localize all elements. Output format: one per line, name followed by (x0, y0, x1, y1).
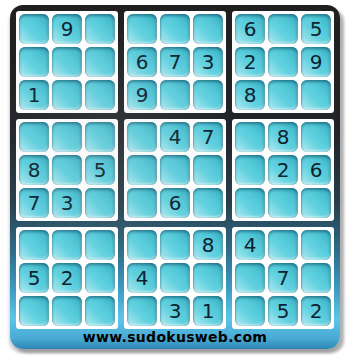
box-1-1: 91 (16, 11, 118, 113)
cell-r5c3-given[interactable]: 5 (85, 155, 115, 185)
cell-r5c7-empty[interactable] (235, 155, 265, 185)
cell-r9c8-given[interactable]: 5 (268, 296, 298, 326)
box-1-2: 6739 (124, 11, 226, 113)
sudoku-grid: 9167396529885734768265284314752 (16, 11, 334, 329)
box-2-3: 826 (232, 119, 334, 221)
box-3-2: 8431 (124, 227, 226, 329)
cell-r4c9-empty[interactable] (301, 122, 331, 152)
cell-r2c5-given[interactable]: 7 (160, 47, 190, 77)
cell-r8c7-empty[interactable] (235, 263, 265, 293)
cell-r6c7-empty[interactable] (235, 188, 265, 218)
cell-r4c3-empty[interactable] (85, 122, 115, 152)
cell-r2c1-empty[interactable] (19, 47, 49, 77)
cell-r2c4-given[interactable]: 6 (127, 47, 157, 77)
cell-r3c2-empty[interactable] (52, 80, 82, 110)
cell-r9c1-empty[interactable] (19, 296, 49, 326)
cell-r1c7-given[interactable]: 6 (235, 14, 265, 44)
cell-r9c5-given[interactable]: 3 (160, 296, 190, 326)
cell-r5c4-empty[interactable] (127, 155, 157, 185)
cell-r9c3-empty[interactable] (85, 296, 115, 326)
cell-r7c6-given[interactable]: 8 (193, 230, 223, 260)
cell-r4c2-empty[interactable] (52, 122, 82, 152)
cell-r6c8-empty[interactable] (268, 188, 298, 218)
cell-r4c5-given[interactable]: 4 (160, 122, 190, 152)
cell-r6c1-given[interactable]: 7 (19, 188, 49, 218)
cell-r3c4-given[interactable]: 9 (127, 80, 157, 110)
cell-r6c2-given[interactable]: 3 (52, 188, 82, 218)
box-3-3: 4752 (232, 227, 334, 329)
cell-r9c4-empty[interactable] (127, 296, 157, 326)
cell-r5c9-given[interactable]: 6 (301, 155, 331, 185)
cell-r4c6-given[interactable]: 7 (193, 122, 223, 152)
cell-r1c6-empty[interactable] (193, 14, 223, 44)
cell-r4c4-empty[interactable] (127, 122, 157, 152)
cell-r1c1-empty[interactable] (19, 14, 49, 44)
cell-r9c7-empty[interactable] (235, 296, 265, 326)
cell-r3c1-given[interactable]: 1 (19, 80, 49, 110)
cell-r8c9-empty[interactable] (301, 263, 331, 293)
cell-r5c1-given[interactable]: 8 (19, 155, 49, 185)
cell-r2c9-given[interactable]: 9 (301, 47, 331, 77)
cell-r9c6-given[interactable]: 1 (193, 296, 223, 326)
cell-r5c6-empty[interactable] (193, 155, 223, 185)
cell-r3c7-given[interactable]: 8 (235, 80, 265, 110)
cell-r6c9-empty[interactable] (301, 188, 331, 218)
box-1-3: 65298 (232, 11, 334, 113)
cell-r2c3-empty[interactable] (85, 47, 115, 77)
cell-r1c9-given[interactable]: 5 (301, 14, 331, 44)
box-2-2: 476 (124, 119, 226, 221)
cell-r6c5-given[interactable]: 6 (160, 188, 190, 218)
cell-r7c8-empty[interactable] (268, 230, 298, 260)
cell-r3c5-empty[interactable] (160, 80, 190, 110)
cell-r7c1-empty[interactable] (19, 230, 49, 260)
cell-r3c8-empty[interactable] (268, 80, 298, 110)
cell-r9c2-empty[interactable] (52, 296, 82, 326)
cell-r1c3-empty[interactable] (85, 14, 115, 44)
cell-r8c8-given[interactable]: 7 (268, 263, 298, 293)
footer-url: www.sudokusweb.com (10, 327, 340, 348)
sudoku-board: 9167396529885734768265284314752 www.sudo… (10, 5, 340, 349)
cell-r2c8-empty[interactable] (268, 47, 298, 77)
cell-r8c3-empty[interactable] (85, 263, 115, 293)
box-3-1: 52 (16, 227, 118, 329)
cell-r3c6-empty[interactable] (193, 80, 223, 110)
cell-r2c7-given[interactable]: 2 (235, 47, 265, 77)
cell-r8c2-given[interactable]: 2 (52, 263, 82, 293)
cell-r6c4-empty[interactable] (127, 188, 157, 218)
cell-r5c5-empty[interactable] (160, 155, 190, 185)
cell-r8c1-given[interactable]: 5 (19, 263, 49, 293)
cell-r3c3-empty[interactable] (85, 80, 115, 110)
cell-r1c2-given[interactable]: 9 (52, 14, 82, 44)
cell-r8c6-empty[interactable] (193, 263, 223, 293)
cell-r8c4-given[interactable]: 4 (127, 263, 157, 293)
cell-r4c7-empty[interactable] (235, 122, 265, 152)
cell-r6c3-empty[interactable] (85, 188, 115, 218)
cell-r7c2-empty[interactable] (52, 230, 82, 260)
cell-r4c1-empty[interactable] (19, 122, 49, 152)
cell-r8c5-empty[interactable] (160, 263, 190, 293)
cell-r3c9-empty[interactable] (301, 80, 331, 110)
cell-r7c4-empty[interactable] (127, 230, 157, 260)
cell-r7c7-given[interactable]: 4 (235, 230, 265, 260)
cell-r1c4-empty[interactable] (127, 14, 157, 44)
cell-r5c2-empty[interactable] (52, 155, 82, 185)
cell-r4c8-given[interactable]: 8 (268, 122, 298, 152)
cell-r7c9-empty[interactable] (301, 230, 331, 260)
cell-r2c6-given[interactable]: 3 (193, 47, 223, 77)
box-2-1: 8573 (16, 119, 118, 221)
cell-r7c5-empty[interactable] (160, 230, 190, 260)
cell-r5c8-given[interactable]: 2 (268, 155, 298, 185)
cell-r9c9-given[interactable]: 2 (301, 296, 331, 326)
cell-r2c2-empty[interactable] (52, 47, 82, 77)
cell-r6c6-empty[interactable] (193, 188, 223, 218)
cell-r1c8-empty[interactable] (268, 14, 298, 44)
cell-r7c3-empty[interactable] (85, 230, 115, 260)
cell-r1c5-empty[interactable] (160, 14, 190, 44)
